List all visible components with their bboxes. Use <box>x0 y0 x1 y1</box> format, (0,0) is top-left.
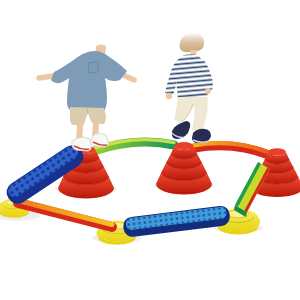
child-left-shirt <box>51 51 127 112</box>
child-right-shoe-left <box>172 121 190 139</box>
child-left-shoe-left <box>72 137 91 151</box>
beam-orange-top-right <box>194 143 269 155</box>
child-left-shoe-right <box>91 133 108 147</box>
product-photo <box>0 0 300 300</box>
child-right-shoe-right <box>192 129 211 143</box>
child-left <box>39 45 134 152</box>
child-left-shorts <box>70 107 106 125</box>
balance-course-photo <box>0 0 300 300</box>
child-right-hand-left <box>166 93 172 99</box>
child-right-hair <box>180 33 205 52</box>
beam-dotted-blue-bottom <box>122 205 231 238</box>
child-right <box>165 33 213 143</box>
child-right-hand-right <box>205 88 211 94</box>
